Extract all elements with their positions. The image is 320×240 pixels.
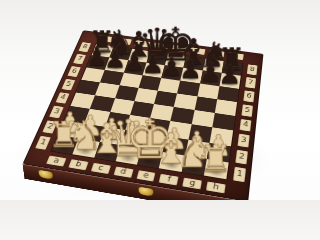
coord-rank-6: 6 [243,90,254,102]
square-d6[interactable] [138,75,161,91]
square-h1[interactable]: ♜ [204,159,229,180]
coord-file-c: c [91,163,111,174]
brass-clasp-left [39,170,53,180]
coord-file-a: a [46,156,66,167]
coord-rank-6: 6 [68,66,81,77]
piece-black-pawn: ♟ [218,61,241,87]
coord-rank-7: 7 [245,77,256,88]
square-b6[interactable] [100,70,123,85]
coord-rank-5: 5 [242,104,253,117]
square-h7[interactable]: ♟ [219,73,240,88]
coord-file-d: d [113,166,133,177]
coord-rank-5: 5 [62,79,76,90]
coord-rank-4: 4 [56,92,70,104]
coord-rank-3: 3 [238,134,250,148]
coord-file-g: g [183,178,202,190]
chess-board: abcdefgh abcdefgh 87654321 87654321 ♜♞♝♛… [22,30,263,200]
coord-rank-7: 7 [73,54,86,64]
coord-rank-2: 2 [235,150,247,165]
coord-file-f: f [159,174,179,186]
brass-clasp-center [139,187,153,197]
square-c5[interactable] [115,85,139,101]
coord-rank-1: 1 [233,167,246,182]
coord-rank-4: 4 [240,119,252,132]
square-h5[interactable] [215,99,238,116]
coord-file-e: e [136,170,156,181]
square-g6[interactable] [197,83,219,99]
coord-file-b: b [68,159,88,170]
photo-scene: abcdefgh abcdefgh 87654321 87654321 ♜♞♝♛… [0,0,300,200]
coord-file-h: h [206,182,225,194]
coord-rank-8: 8 [247,64,258,75]
piece-white-rook: ♜ [199,140,232,177]
